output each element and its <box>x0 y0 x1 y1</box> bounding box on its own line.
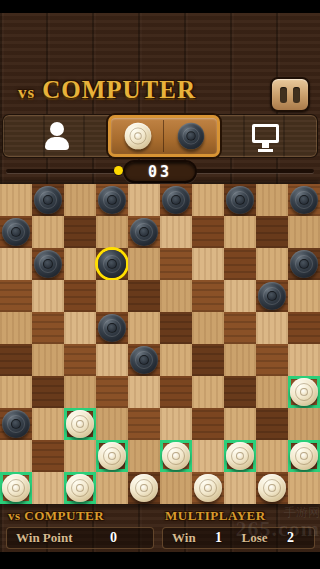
square-2-3[interactable] <box>96 248 128 280</box>
white-man[interactable] <box>226 442 254 470</box>
square-3-0[interactable] <box>0 280 32 312</box>
square-3-4[interactable] <box>128 280 160 312</box>
square-4-7[interactable] <box>224 312 256 344</box>
white-checker-button[interactable] <box>124 123 151 150</box>
square-2-7[interactable] <box>224 248 256 280</box>
title-prefix: vs <box>18 83 35 103</box>
square-5-3[interactable] <box>96 344 128 376</box>
square-5-1[interactable] <box>32 344 64 376</box>
square-8-0[interactable] <box>0 440 32 472</box>
square-8-2[interactable] <box>64 440 96 472</box>
square-4-6[interactable] <box>192 312 224 344</box>
square-5-8[interactable] <box>256 344 288 376</box>
tab-vs-computer[interactable]: vs COMPUTER <box>8 508 104 524</box>
square-5-2[interactable] <box>64 344 96 376</box>
square-7-5[interactable] <box>160 408 192 440</box>
square-0-4[interactable] <box>128 184 160 216</box>
win-point-label: Win Point <box>16 530 72 546</box>
black-man[interactable] <box>290 186 318 214</box>
square-9-1[interactable] <box>32 472 64 504</box>
white-man[interactable] <box>2 474 30 502</box>
square-8-3[interactable] <box>96 440 128 472</box>
square-8-6[interactable] <box>192 440 224 472</box>
square-4-0[interactable] <box>0 312 32 344</box>
square-6-3[interactable] <box>96 376 128 408</box>
square-2-2[interactable] <box>64 248 96 280</box>
win-point-panel: Win Point 0 <box>6 527 154 549</box>
square-9-0[interactable] <box>0 472 32 504</box>
square-1-9[interactable] <box>288 216 320 248</box>
square-5-4[interactable] <box>128 344 160 376</box>
square-1-6[interactable] <box>192 216 224 248</box>
square-1-3[interactable] <box>96 216 128 248</box>
square-1-2[interactable] <box>64 216 96 248</box>
square-6-5[interactable] <box>160 376 192 408</box>
white-man[interactable] <box>162 442 190 470</box>
square-7-1[interactable] <box>32 408 64 440</box>
square-3-8[interactable] <box>256 280 288 312</box>
square-5-0[interactable] <box>0 344 32 376</box>
square-2-4[interactable] <box>128 248 160 280</box>
status-bar-top <box>0 0 320 13</box>
square-6-2[interactable] <box>64 376 96 408</box>
square-6-1[interactable] <box>32 376 64 408</box>
square-7-9[interactable] <box>288 408 320 440</box>
square-4-4[interactable] <box>128 312 160 344</box>
square-3-2[interactable] <box>64 280 96 312</box>
board <box>0 184 320 504</box>
square-6-4[interactable] <box>128 376 160 408</box>
white-man[interactable] <box>258 474 286 502</box>
pause-icon <box>280 87 287 103</box>
black-man[interactable] <box>98 314 126 342</box>
square-9-7[interactable] <box>224 472 256 504</box>
win-value: 1 <box>215 530 222 546</box>
square-2-5[interactable] <box>160 248 192 280</box>
square-5-5[interactable] <box>160 344 192 376</box>
black-man[interactable] <box>2 218 30 246</box>
square-9-2[interactable] <box>64 472 96 504</box>
square-1-1[interactable] <box>32 216 64 248</box>
black-man[interactable] <box>290 250 318 278</box>
square-0-1[interactable] <box>32 184 64 216</box>
square-7-8[interactable] <box>256 408 288 440</box>
square-0-6[interactable] <box>192 184 224 216</box>
square-7-4[interactable] <box>128 408 160 440</box>
square-9-3[interactable] <box>96 472 128 504</box>
white-man[interactable] <box>290 378 318 406</box>
square-7-2[interactable] <box>64 408 96 440</box>
square-2-6[interactable] <box>192 248 224 280</box>
square-2-9[interactable] <box>288 248 320 280</box>
square-4-3[interactable] <box>96 312 128 344</box>
square-4-9[interactable] <box>288 312 320 344</box>
square-3-6[interactable] <box>192 280 224 312</box>
square-6-7[interactable] <box>224 376 256 408</box>
win-label: Win <box>172 530 196 546</box>
square-7-0[interactable] <box>0 408 32 440</box>
pause-button[interactable] <box>270 77 310 112</box>
square-0-9[interactable] <box>288 184 320 216</box>
square-0-0[interactable] <box>0 184 32 216</box>
black-checker-button[interactable] <box>177 123 204 150</box>
square-8-8[interactable] <box>256 440 288 472</box>
move-timer: 03 <box>123 160 197 183</box>
monitor-icon <box>252 124 280 152</box>
square-9-5[interactable] <box>160 472 192 504</box>
square-1-8[interactable] <box>256 216 288 248</box>
square-9-4[interactable] <box>128 472 160 504</box>
black-man[interactable] <box>98 250 126 278</box>
title-main: COMPUTER <box>42 76 196 104</box>
square-7-6[interactable] <box>192 408 224 440</box>
person-icon <box>44 122 70 150</box>
lose-label: Lose <box>242 530 268 546</box>
yellow-dot-icon <box>114 166 123 175</box>
timer-value: 03 <box>148 163 172 181</box>
white-man[interactable] <box>194 474 222 502</box>
square-6-6[interactable] <box>192 376 224 408</box>
square-4-5[interactable] <box>160 312 192 344</box>
pause-icon <box>293 87 300 103</box>
square-6-9[interactable] <box>288 376 320 408</box>
white-man[interactable] <box>290 442 318 470</box>
square-1-5[interactable] <box>160 216 192 248</box>
square-3-7[interactable] <box>224 280 256 312</box>
square-0-3[interactable] <box>96 184 128 216</box>
black-man[interactable] <box>34 250 62 278</box>
black-man[interactable] <box>130 346 158 374</box>
app-screen: vs COMPUTER 03 vs COMPUTER MULTIPLAYER W… <box>0 0 320 569</box>
white-man[interactable] <box>66 410 94 438</box>
square-8-9[interactable] <box>288 440 320 472</box>
square-8-7[interactable] <box>224 440 256 472</box>
square-8-1[interactable] <box>32 440 64 472</box>
square-3-9[interactable] <box>288 280 320 312</box>
square-2-8[interactable] <box>256 248 288 280</box>
square-5-9[interactable] <box>288 344 320 376</box>
white-man[interactable] <box>66 474 94 502</box>
square-6-8[interactable] <box>256 376 288 408</box>
black-man[interactable] <box>162 186 190 214</box>
tab-multiplayer[interactable]: MULTIPLAYER <box>165 508 266 524</box>
square-4-8[interactable] <box>256 312 288 344</box>
square-8-4[interactable] <box>128 440 160 472</box>
page-title: vs COMPUTER <box>18 76 196 104</box>
square-0-8[interactable] <box>256 184 288 216</box>
square-5-6[interactable] <box>192 344 224 376</box>
square-3-5[interactable] <box>160 280 192 312</box>
square-1-7[interactable] <box>224 216 256 248</box>
square-7-3[interactable] <box>96 408 128 440</box>
black-man[interactable] <box>34 186 62 214</box>
square-5-7[interactable] <box>224 344 256 376</box>
square-3-1[interactable] <box>32 280 64 312</box>
white-man[interactable] <box>130 474 158 502</box>
status-bar-bottom <box>0 552 320 569</box>
square-4-1[interactable] <box>32 312 64 344</box>
square-3-3[interactable] <box>96 280 128 312</box>
win-point-value: 0 <box>110 530 117 546</box>
square-0-5[interactable] <box>160 184 192 216</box>
piece-color-tray <box>108 115 220 157</box>
black-man[interactable] <box>226 186 254 214</box>
square-6-0[interactable] <box>0 376 32 408</box>
square-2-0[interactable] <box>0 248 32 280</box>
square-1-4[interactable] <box>128 216 160 248</box>
square-9-8[interactable] <box>256 472 288 504</box>
square-8-5[interactable] <box>160 440 192 472</box>
square-4-2[interactable] <box>64 312 96 344</box>
square-9-9[interactable] <box>288 472 320 504</box>
square-7-7[interactable] <box>224 408 256 440</box>
square-9-6[interactable] <box>192 472 224 504</box>
square-2-1[interactable] <box>32 248 64 280</box>
lose-value: 2 <box>287 530 294 546</box>
square-0-7[interactable] <box>224 184 256 216</box>
black-man[interactable] <box>130 218 158 246</box>
black-man[interactable] <box>258 282 286 310</box>
black-man[interactable] <box>98 186 126 214</box>
black-man[interactable] <box>2 410 30 438</box>
white-man[interactable] <box>98 442 126 470</box>
square-1-0[interactable] <box>0 216 32 248</box>
win-lose-panel: Win 1 Lose 2 <box>162 527 315 549</box>
square-0-2[interactable] <box>64 184 96 216</box>
